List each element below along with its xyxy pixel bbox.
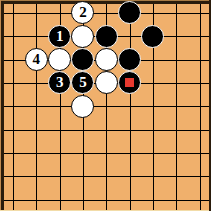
stone-white (71, 25, 94, 48)
stone-white (95, 48, 118, 71)
stone-black-move-5: 5 (71, 71, 94, 94)
stone-black-marked (118, 71, 141, 94)
stone-white (48, 48, 71, 71)
red-square-marker (125, 78, 134, 87)
stone-black (95, 25, 118, 48)
image-edge-right (209, 0, 211, 211)
move-number: 3 (56, 75, 64, 90)
move-number: 1 (56, 28, 64, 43)
stone-white (95, 71, 118, 94)
stone-white (71, 95, 94, 118)
image-edge-bottom (0, 210, 209, 211)
stone-black-move-1: 1 (48, 25, 71, 48)
move-number: 5 (79, 75, 87, 90)
go-board: 21435 (0, 0, 211, 211)
stone-black (118, 1, 141, 24)
stone-white-move-2: 2 (71, 1, 94, 24)
stone-black (71, 48, 94, 71)
stone-black-move-3: 3 (48, 71, 71, 94)
stone-white-move-4: 4 (25, 48, 48, 71)
move-number: 2 (79, 5, 87, 20)
stone-layer: 21435 (1, 1, 211, 211)
stone-black (118, 48, 141, 71)
move-number: 4 (33, 52, 41, 67)
stone-black (141, 25, 164, 48)
